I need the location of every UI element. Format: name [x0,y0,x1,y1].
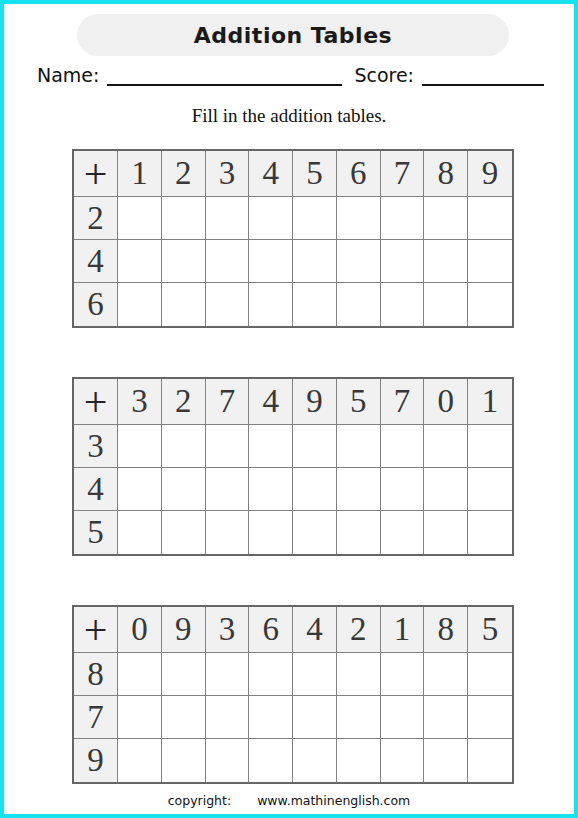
col-header-cell: 0 [118,607,162,653]
answer-cell[interactable] [249,511,293,554]
answer-cell[interactable] [249,696,293,739]
answer-cell[interactable] [118,739,162,782]
col-header-cell: 2 [337,607,381,653]
answer-cell[interactable] [162,739,206,782]
col-header-cell: 9 [468,151,512,197]
answer-cell[interactable] [162,653,206,696]
col-header-cell: 8 [424,151,468,197]
row-header-cell: 7 [74,696,118,739]
answer-cell[interactable] [381,468,425,511]
col-header-cell: 9 [293,379,337,425]
answer-cell[interactable] [118,511,162,554]
answer-cell[interactable] [249,425,293,468]
answer-cell[interactable] [424,653,468,696]
worksheet-page: Addition Tables Name: Score: Fill in the… [0,0,578,818]
answer-cell[interactable] [424,468,468,511]
col-header-cell: 0 [424,379,468,425]
answer-cell[interactable] [293,240,337,283]
answer-cell[interactable] [118,240,162,283]
col-header-cell: 5 [468,607,512,653]
corner-plus-cell: + [74,379,118,425]
answer-cell[interactable] [118,653,162,696]
answer-cell[interactable] [424,511,468,554]
col-header-cell: 4 [293,607,337,653]
answer-cell[interactable] [206,511,250,554]
col-header-cell: 2 [162,379,206,425]
col-header-cell: 7 [381,151,425,197]
answer-cell[interactable] [249,197,293,240]
corner-plus-cell: + [74,607,118,653]
addition-table-2: +327495701345 [72,377,514,556]
col-header-cell: 3 [206,607,250,653]
row-header-cell: 3 [74,425,118,468]
instruction-text: Fill in the addition tables. [4,105,574,127]
answer-cell[interactable] [162,696,206,739]
answer-cell[interactable] [206,653,250,696]
answer-cell[interactable] [424,283,468,326]
name-blank-line[interactable] [107,64,342,86]
row-header-cell: 4 [74,468,118,511]
answer-cell[interactable] [381,739,425,782]
answer-cell[interactable] [249,283,293,326]
answer-cell[interactable] [381,696,425,739]
row-header-cell: 4 [74,240,118,283]
answer-cell[interactable] [381,283,425,326]
answer-cell[interactable] [468,240,512,283]
answer-cell[interactable] [337,283,381,326]
answer-cell[interactable] [381,240,425,283]
answer-cell[interactable] [293,283,337,326]
answer-cell[interactable] [162,283,206,326]
answer-cell[interactable] [118,197,162,240]
score-label: Score: [354,64,414,86]
answer-cell[interactable] [249,653,293,696]
answer-cell[interactable] [206,425,250,468]
answer-cell[interactable] [293,197,337,240]
col-header-cell: 3 [206,151,250,197]
answer-cell[interactable] [337,696,381,739]
col-header-cell: 9 [162,607,206,653]
answer-cell[interactable] [249,240,293,283]
col-header-cell: 1 [118,151,162,197]
answer-cell[interactable] [381,511,425,554]
answer-cell[interactable] [468,197,512,240]
answer-cell[interactable] [118,468,162,511]
answer-cell[interactable] [381,425,425,468]
answer-cell[interactable] [381,653,425,696]
answer-cell[interactable] [337,653,381,696]
answer-cell[interactable] [118,283,162,326]
answer-cell[interactable] [468,511,512,554]
title-pill: Addition Tables [77,14,509,56]
row-header-cell: 5 [74,511,118,554]
col-header-cell: 3 [118,379,162,425]
answer-cell[interactable] [118,696,162,739]
answer-cell[interactable] [206,197,250,240]
answer-cell[interactable] [337,425,381,468]
answer-cell[interactable] [337,240,381,283]
score-blank-line[interactable] [422,64,544,86]
answer-cell[interactable] [293,696,337,739]
col-header-cell: 7 [206,379,250,425]
answer-cell[interactable] [162,511,206,554]
corner-plus-cell: + [74,151,118,197]
answer-cell[interactable] [206,696,250,739]
row-header-cell: 9 [74,739,118,782]
col-header-cell: 2 [162,151,206,197]
col-header-cell: 4 [249,379,293,425]
col-header-cell: 4 [249,151,293,197]
answer-cell[interactable] [206,468,250,511]
row-header-cell: 8 [74,653,118,696]
answer-cell[interactable] [293,425,337,468]
row-header-cell: 2 [74,197,118,240]
col-header-cell: 5 [293,151,337,197]
answer-cell[interactable] [162,240,206,283]
answer-cell[interactable] [337,511,381,554]
answer-cell[interactable] [424,197,468,240]
copyright-site: www.mathinenglish.com [257,793,410,808]
answer-cell[interactable] [468,653,512,696]
answer-cell[interactable] [468,739,512,782]
addition-table-1: +123456789246 [72,149,514,328]
answer-cell[interactable] [468,283,512,326]
answer-cell[interactable] [468,696,512,739]
answer-cell[interactable] [162,197,206,240]
footer: copyright: www.mathinenglish.com [4,793,574,808]
answer-cell[interactable] [337,197,381,240]
row-header-cell: 6 [74,283,118,326]
answer-cell[interactable] [162,468,206,511]
answer-cell[interactable] [381,197,425,240]
answer-cell[interactable] [249,739,293,782]
answer-cell[interactable] [206,283,250,326]
name-score-row: Name: Score: [37,60,544,86]
answer-cell[interactable] [424,739,468,782]
answer-cell[interactable] [424,240,468,283]
page-title: Addition Tables [194,23,392,48]
col-header-cell: 1 [381,607,425,653]
answer-cell[interactable] [162,425,206,468]
answer-cell[interactable] [468,468,512,511]
answer-cell[interactable] [293,468,337,511]
answer-cell[interactable] [293,739,337,782]
col-header-cell: 6 [337,151,381,197]
col-header-cell: 8 [424,607,468,653]
answer-cell[interactable] [249,468,293,511]
col-header-cell: 6 [249,607,293,653]
answer-cell[interactable] [337,739,381,782]
col-header-cell: 1 [468,379,512,425]
addition-table-3: +093642185879 [72,605,514,784]
answer-cell[interactable] [468,425,512,468]
answer-cell[interactable] [293,653,337,696]
answer-cell[interactable] [118,425,162,468]
answer-cell[interactable] [337,468,381,511]
answer-cell[interactable] [424,425,468,468]
answer-cell[interactable] [206,739,250,782]
name-label: Name: [37,64,99,86]
answer-cell[interactable] [206,240,250,283]
col-header-cell: 5 [337,379,381,425]
copyright-label: copyright: [168,793,231,808]
col-header-cell: 7 [381,379,425,425]
answer-cell[interactable] [293,511,337,554]
answer-cell[interactable] [424,696,468,739]
